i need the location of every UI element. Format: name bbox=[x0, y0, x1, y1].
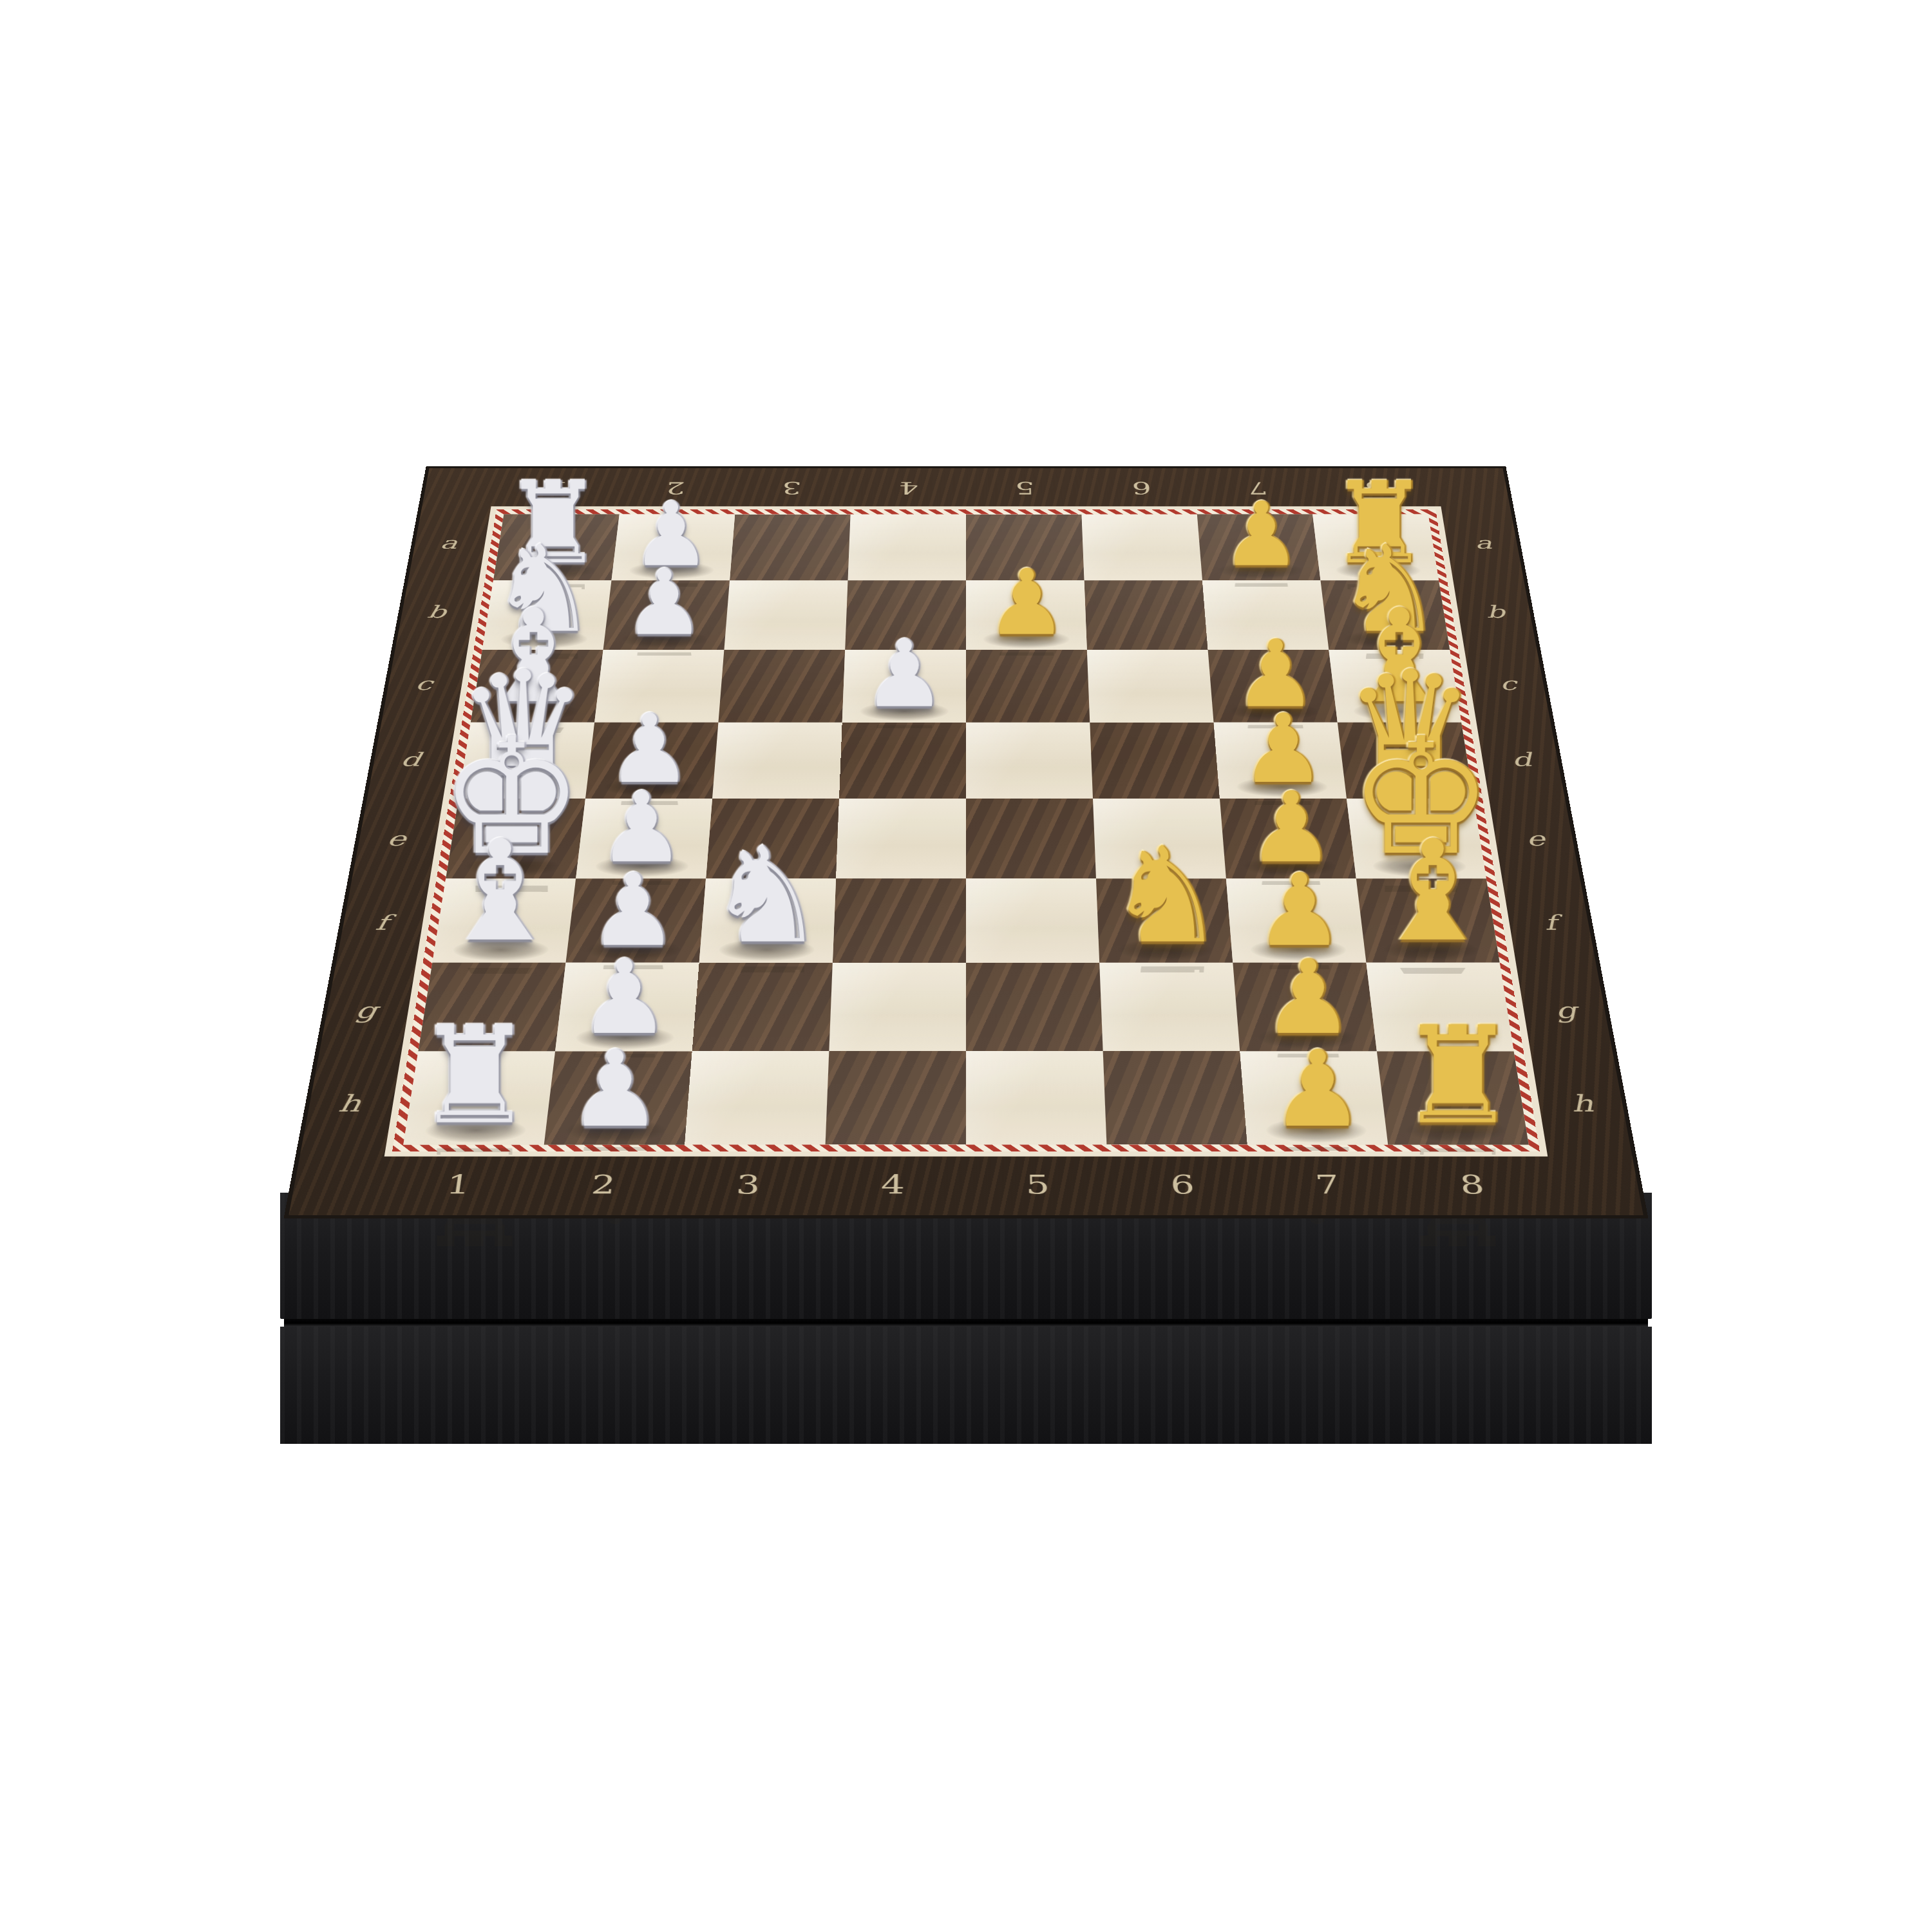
far-rank-label-2: 2 bbox=[615, 478, 734, 498]
square-g3 bbox=[692, 963, 833, 1052]
near-rank-label-1: 1 bbox=[384, 1170, 533, 1199]
piece-shadow bbox=[860, 702, 949, 721]
square-b5: ♟ bbox=[966, 580, 1087, 650]
piece-shadow bbox=[464, 856, 560, 877]
square-h1: ♜ bbox=[403, 1051, 555, 1144]
piece-white-pawn-g2: ♟ bbox=[578, 949, 670, 1047]
square-c2 bbox=[594, 650, 724, 723]
square-e7: ♟ bbox=[1220, 799, 1356, 878]
square-h2: ♟ bbox=[544, 1051, 692, 1144]
near-rank-label-8: 8 bbox=[1399, 1170, 1548, 1199]
far-rank-label-1: 1 bbox=[498, 478, 618, 498]
near-rank-label-6: 6 bbox=[1110, 1170, 1257, 1199]
square-f6: ♞ bbox=[1096, 878, 1233, 963]
square-d1: ♛ bbox=[459, 723, 594, 799]
square-f7: ♟ bbox=[1226, 878, 1367, 963]
square-c7: ♟ bbox=[1208, 650, 1338, 723]
far-rank-label-5: 5 bbox=[966, 478, 1083, 498]
square-b8: ♞ bbox=[1321, 580, 1450, 650]
square-c3 bbox=[718, 650, 845, 723]
square-f1: ♝ bbox=[432, 878, 576, 963]
board-perspective: 12345678 12345678 abcdefgh abcdefgh ♜♟♟♜… bbox=[0, 0, 1932, 1932]
left-file-label-b: b bbox=[403, 577, 470, 647]
square-e1: ♚ bbox=[446, 799, 585, 878]
piece-shadow bbox=[620, 630, 709, 648]
square-a8: ♜ bbox=[1312, 515, 1439, 581]
piece-black-queen-d8: ♛ bbox=[1344, 656, 1475, 795]
square-g1 bbox=[418, 963, 565, 1052]
rank-labels-near: 12345678 bbox=[383, 1162, 1549, 1207]
piece-shadow bbox=[1361, 777, 1455, 797]
square-b4 bbox=[845, 580, 966, 650]
piece-shadow bbox=[983, 630, 1070, 648]
square-d6 bbox=[1090, 723, 1220, 799]
square-c6 bbox=[1087, 650, 1214, 723]
square-e3 bbox=[706, 799, 839, 878]
right-file-label-c: c bbox=[1474, 647, 1543, 721]
square-g8 bbox=[1366, 963, 1513, 1052]
square-a7: ♟ bbox=[1197, 515, 1321, 581]
far-rank-label-3: 3 bbox=[732, 478, 850, 498]
piece-shadow bbox=[451, 939, 550, 961]
square-d2: ♟ bbox=[585, 723, 718, 799]
square-a2: ♟ bbox=[611, 515, 735, 581]
square-c1: ♝ bbox=[471, 650, 603, 723]
near-rank-label-5: 5 bbox=[966, 1170, 1112, 1199]
piece-shadow bbox=[603, 777, 696, 797]
left-file-label-f: f bbox=[344, 880, 419, 965]
left-file-label-h: h bbox=[309, 1056, 390, 1151]
near-rank-label-4: 4 bbox=[820, 1170, 966, 1199]
rank-labels-far: 12345678 bbox=[498, 473, 1435, 502]
square-g4 bbox=[829, 963, 966, 1052]
left-file-label-g: g bbox=[327, 966, 405, 1056]
square-f2: ♟ bbox=[566, 878, 706, 963]
right-file-label-a: a bbox=[1451, 509, 1516, 576]
square-a1: ♜ bbox=[493, 515, 620, 581]
board-field: ♜♟♟♜♞♟♟♞♝♟♟♝♛♟♟♛♚♟♟♚♝♟♞♞♟♝♟♟♜♟♟♜ bbox=[384, 506, 1548, 1156]
square-g7: ♟ bbox=[1233, 963, 1377, 1052]
square-h6 bbox=[1103, 1051, 1247, 1144]
piece-shadow bbox=[1265, 1118, 1368, 1142]
near-rank-label-3: 3 bbox=[675, 1170, 822, 1199]
right-file-label-e: e bbox=[1499, 799, 1572, 880]
piece-shadow bbox=[1352, 702, 1444, 721]
square-d5 bbox=[966, 723, 1093, 799]
square-f3: ♞ bbox=[699, 878, 836, 963]
right-file-label-b: b bbox=[1462, 577, 1529, 647]
square-h7: ♟ bbox=[1240, 1051, 1388, 1144]
piece-shadow bbox=[1249, 939, 1347, 961]
piece-shadow bbox=[1372, 856, 1468, 877]
piece-shadow bbox=[1335, 562, 1422, 579]
piece-shadow bbox=[488, 702, 580, 721]
piece-white-queen-d1: ♛ bbox=[457, 656, 588, 795]
square-c5 bbox=[966, 650, 1090, 723]
square-a4 bbox=[848, 515, 966, 581]
piece-black-pawn-h7: ♟ bbox=[1270, 1039, 1365, 1140]
piece-black-pawn-e7: ♟ bbox=[1247, 782, 1334, 875]
far-rank-label-6: 6 bbox=[1082, 478, 1200, 498]
square-f4 bbox=[833, 878, 966, 963]
piece-shadow bbox=[718, 939, 815, 961]
left-file-label-d: d bbox=[375, 721, 446, 799]
square-b3 bbox=[724, 580, 848, 650]
right-file-label-f: f bbox=[1513, 880, 1588, 965]
near-rank-label-7: 7 bbox=[1255, 1170, 1403, 1199]
piece-shadow bbox=[1257, 1026, 1358, 1049]
square-h4 bbox=[826, 1051, 966, 1144]
square-b6 bbox=[1084, 580, 1208, 650]
square-d8: ♛ bbox=[1338, 723, 1473, 799]
square-b1: ♞ bbox=[482, 580, 612, 650]
piece-shadow bbox=[1343, 630, 1433, 648]
square-b2: ♟ bbox=[603, 580, 730, 650]
piece-shadow bbox=[564, 1118, 667, 1142]
product-photo-stage: 12345678 12345678 abcdefgh abcdefgh ♜♟♟♜… bbox=[0, 0, 1932, 1932]
square-a3 bbox=[730, 515, 851, 581]
right-file-label-h: h bbox=[1542, 1056, 1623, 1151]
left-file-label-e: e bbox=[360, 799, 433, 880]
far-rank-label-4: 4 bbox=[849, 478, 966, 498]
piece-shadow bbox=[510, 562, 597, 579]
square-a5 bbox=[966, 515, 1084, 581]
square-h8: ♜ bbox=[1377, 1051, 1529, 1144]
square-e6 bbox=[1093, 799, 1226, 878]
piece-shadow bbox=[1382, 939, 1481, 961]
piece-shadow bbox=[499, 630, 589, 648]
piece-shadow bbox=[628, 562, 714, 579]
square-f5 bbox=[966, 878, 1099, 963]
square-g2: ♟ bbox=[555, 963, 699, 1052]
square-c4: ♟ bbox=[842, 650, 966, 723]
chess-board: 12345678 12345678 abcdefgh abcdefgh ♜♟♟♜… bbox=[289, 468, 1643, 1215]
square-d3 bbox=[712, 723, 842, 799]
square-c8: ♝ bbox=[1329, 650, 1461, 723]
piece-shadow bbox=[477, 777, 571, 797]
square-d4 bbox=[839, 723, 966, 799]
square-h5 bbox=[966, 1051, 1106, 1144]
board-trim-rope: ♜♟♟♜♞♟♟♞♝♟♟♝♛♟♟♛♚♟♟♚♝♟♞♞♟♝♟♟♜♟♟♜ bbox=[392, 509, 1540, 1151]
square-h3 bbox=[685, 1051, 829, 1144]
square-a6 bbox=[1081, 515, 1202, 581]
square-f8: ♝ bbox=[1356, 878, 1500, 963]
square-b7 bbox=[1202, 580, 1329, 650]
piece-shadow bbox=[574, 1026, 675, 1049]
piece-shadow bbox=[1405, 1118, 1509, 1142]
right-file-label-g: g bbox=[1527, 966, 1605, 1056]
piece-shadow bbox=[1236, 777, 1329, 797]
left-file-label-c: c bbox=[389, 647, 458, 721]
piece-shadow bbox=[423, 1118, 527, 1142]
square-d7: ♟ bbox=[1214, 723, 1347, 799]
piece-shadow bbox=[594, 856, 690, 877]
piece-shadow bbox=[1217, 562, 1303, 579]
piece-white-pawn-e2: ♟ bbox=[598, 782, 685, 875]
square-e2: ♟ bbox=[576, 799, 712, 878]
piece-shadow bbox=[1117, 939, 1214, 961]
piece-shadow bbox=[1242, 856, 1338, 877]
left-file-label-a: a bbox=[416, 509, 481, 576]
square-e5 bbox=[966, 799, 1096, 878]
piece-shadow bbox=[1229, 702, 1320, 721]
near-rank-label-2: 2 bbox=[530, 1170, 678, 1199]
square-g5 bbox=[966, 963, 1103, 1052]
piece-white-pawn-h2: ♟ bbox=[567, 1039, 662, 1140]
piece-black-pawn-g7: ♟ bbox=[1262, 949, 1354, 1047]
piece-shadow bbox=[585, 939, 683, 961]
far-rank-label-7: 7 bbox=[1198, 478, 1317, 498]
right-file-label-d: d bbox=[1486, 721, 1557, 799]
square-g6 bbox=[1099, 963, 1240, 1052]
square-e8: ♚ bbox=[1347, 799, 1486, 878]
square-e4 bbox=[836, 799, 966, 878]
far-rank-label-8: 8 bbox=[1314, 478, 1434, 498]
board-grid: ♜♟♟♜♞♟♟♞♝♟♟♝♛♟♟♛♚♟♟♚♝♟♞♞♟♝♟♟♜♟♟♜ bbox=[403, 515, 1528, 1145]
